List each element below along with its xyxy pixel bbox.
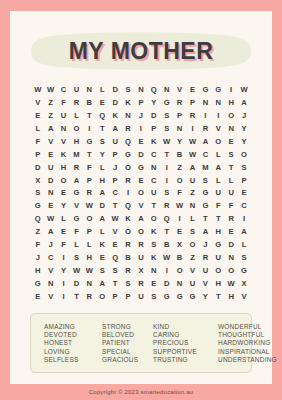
grid-cell-r13c15[interactable]: G [212,238,225,251]
grid-cell-r6c14[interactable]: C [199,148,212,161]
grid-cell-r17c6[interactable]: O [96,290,109,303]
grid-cell-r1c14[interactable]: G [199,83,212,96]
grid-cell-r14c9[interactable]: U [134,251,147,264]
grid-cell-r7c11[interactable]: I [160,161,173,174]
grid-cell-r5c5[interactable]: G [83,135,96,148]
grid-cell-r8c13[interactable]: U [186,174,199,187]
grid-cell-r3c17[interactable]: J [238,109,251,122]
grid-cell-r13c1[interactable]: F [31,238,44,251]
word-item: SELFLESS [44,356,102,364]
grid-cell-r1c6[interactable]: L [96,83,109,96]
grid-cell-r15c15[interactable]: O [212,264,225,277]
grid-cell-r10c4[interactable]: V [70,199,83,212]
grid-cell-r15c9[interactable]: X [134,264,147,277]
grid-cell-r10c16[interactable]: F [225,199,238,212]
grid-cell-r5c7[interactable]: U [109,135,122,148]
grid-cell-r6c17[interactable]: O [238,148,251,161]
grid-cell-r2c6[interactable]: E [96,96,109,109]
grid-cell-r10c17[interactable]: C [238,199,251,212]
grid-cell-r7c10[interactable]: N [147,161,160,174]
grid-cell-r14c1[interactable]: J [31,251,44,264]
grid-cell-r12c1[interactable]: Z [31,225,44,238]
grid-cell-r5c12[interactable]: Y [173,135,186,148]
grid-cell-r7c16[interactable]: T [225,161,238,174]
grid-cell-r2c2[interactable]: Z [44,96,57,109]
word-item: UNDERSTANDING [218,356,277,364]
grid-cell-r6c6[interactable]: Y [96,148,109,161]
grid-cell-r4c8[interactable]: R [122,122,135,135]
grid-cell-r3c6[interactable]: Q [96,109,109,122]
letter-grid: WWCUNLDSNQNVEGGIWVZFRBEDKPYGRPNNHAEZULTQ… [31,83,250,303]
grid-cell-r16c4[interactable]: D [70,277,83,290]
grid-cell-r4c12[interactable]: N [173,122,186,135]
grid-cell-r15c12[interactable]: O [173,264,186,277]
grid-cell-r17c13[interactable]: G [186,290,199,303]
grid-cell-r11c17[interactable]: I [238,212,251,225]
grid-cell-r13c10[interactable]: S [147,238,160,251]
grid-cell-r5c11[interactable]: W [160,135,173,148]
word-item: LOVING [44,347,102,355]
grid-cell-r9c3[interactable]: E [57,187,70,200]
grid-cell-r13c7[interactable]: E [109,238,122,251]
grid-cell-r6c11[interactable]: T [160,148,173,161]
grid-cell-r16c13[interactable]: U [186,277,199,290]
grid-cell-r12c15[interactable]: H [212,225,225,238]
grid-cell-r8c3[interactable]: O [57,174,70,187]
grid-cell-r8c15[interactable]: L [212,174,225,187]
grid-cell-r7c3[interactable]: H [57,161,70,174]
grid-cell-r16c17[interactable]: X [238,277,251,290]
grid-cell-r2c12[interactable]: R [173,96,186,109]
grid-cell-r12c8[interactable]: O [122,225,135,238]
grid-cell-r11c15[interactable]: T [212,212,225,225]
grid-cell-r4c5[interactable]: I [83,122,96,135]
grid-cell-r6c2[interactable]: E [44,148,57,161]
grid-cell-r12c16[interactable]: E [225,225,238,238]
grid-cell-r17c11[interactable]: G [160,290,173,303]
grid-cell-r11c7[interactable]: W [109,212,122,225]
grid-cell-r16c10[interactable]: E [147,277,160,290]
grid-cell-r11c8[interactable]: K [122,212,135,225]
grid-cell-r4c11[interactable]: S [160,122,173,135]
grid-cell-r17c16[interactable]: H [225,290,238,303]
grid-cell-r4c9[interactable]: I [134,122,147,135]
grid-cell-r4c16[interactable]: N [225,122,238,135]
grid-cell-r16c14[interactable]: V [199,277,212,290]
grid-cell-r14c11[interactable]: W [160,251,173,264]
grid-cell-r6c12[interactable]: B [173,148,186,161]
grid-cell-r16c9[interactable]: R [134,277,147,290]
grid-cell-r11c14[interactable]: T [199,212,212,225]
grid-cell-r1c9[interactable]: N [134,83,147,96]
grid-cell-r4c14[interactable]: R [199,122,212,135]
grid-cell-r1c1[interactable]: W [31,83,44,96]
grid-cell-r1c10[interactable]: Q [147,83,160,96]
grid-cell-r8c11[interactable]: I [160,174,173,187]
grid-cell-r14c2[interactable]: C [44,251,57,264]
word-item: HONEST [44,339,102,347]
grid-cell-r8c9[interactable]: E [134,174,147,187]
grid-cell-r3c15[interactable]: I [212,109,225,122]
grid-cell-r2c13[interactable]: P [186,96,199,109]
grid-cell-r15c16[interactable]: O [225,264,238,277]
grid-cell-r17c12[interactable]: G [173,290,186,303]
grid-cell-r15c11[interactable]: I [160,264,173,277]
grid-cell-r13c5[interactable]: L [83,238,96,251]
grid-cell-r9c12[interactable]: F [173,187,186,200]
word-item: KIND [153,322,218,330]
grid-cell-r8c1[interactable]: X [31,174,44,187]
grid-cell-r4c17[interactable]: Y [238,122,251,135]
grid-cell-r1c17[interactable]: W [238,83,251,96]
grid-cell-r15c8[interactable]: R [122,264,135,277]
grid-cell-r9c6[interactable]: A [96,187,109,200]
grid-cell-r2c10[interactable]: Y [147,96,160,109]
grid-cell-r7c5[interactable]: F [83,161,96,174]
grid-cell-r15c14[interactable]: U [199,264,212,277]
grid-cell-r8c4[interactable]: A [70,174,83,187]
grid-cell-r7c17[interactable]: S [238,161,251,174]
grid-cell-r7c9[interactable]: G [134,161,147,174]
grid-cell-r16c2[interactable]: N [44,277,57,290]
grid-cell-r14c10[interactable]: K [147,251,160,264]
grid-cell-r3c2[interactable]: Z [44,109,57,122]
grid-cell-r8c8[interactable]: R [122,174,135,187]
grid-cell-r3c3[interactable]: U [57,109,70,122]
grid-cell-r4c4[interactable]: O [70,122,83,135]
grid-cell-r12c4[interactable]: F [70,225,83,238]
grid-cell-r3c4[interactable]: L [70,109,83,122]
grid-cell-r14c4[interactable]: S [70,251,83,264]
grid-cell-r13c8[interactable]: R [122,238,135,251]
copyright-text: Copyright © 2023 smarteducation.au [0,384,282,400]
grid-cell-r9c2[interactable]: N [44,187,57,200]
grid-cell-r9c10[interactable]: U [147,187,160,200]
grid-cell-r11c5[interactable]: O [83,212,96,225]
grid-cell-r2c7[interactable]: D [109,96,122,109]
grid-cell-r8c17[interactable]: P [238,174,251,187]
grid-cell-r4c6[interactable]: T [96,122,109,135]
grid-cell-r7c8[interactable]: O [122,161,135,174]
grid-cell-r11c16[interactable]: R [225,212,238,225]
grid-cell-r8c14[interactable]: S [199,174,212,187]
grid-cell-r4c10[interactable]: P [147,122,160,135]
grid-cell-r14c13[interactable]: Z [186,251,199,264]
grid-cell-r11c13[interactable]: L [186,212,199,225]
grid-cell-r3c8[interactable]: N [122,109,135,122]
grid-cell-r8c16[interactable]: L [225,174,238,187]
grid-cell-r3c11[interactable]: S [160,109,173,122]
grid-cell-r5c10[interactable]: K [147,135,160,148]
grid-cell-r15c3[interactable]: Y [57,264,70,277]
grid-cell-r17c7[interactable]: P [109,290,122,303]
grid-cell-r10c12[interactable]: W [173,199,186,212]
word-item: WONDERFUL [218,322,277,330]
grid-cell-r16c12[interactable]: N [173,277,186,290]
grid-cell-r3c13[interactable]: R [186,109,199,122]
grid-cell-r16c8[interactable]: S [122,277,135,290]
grid-cell-r14c7[interactable]: Q [109,251,122,264]
word-item: THOUGHTFUL [218,330,277,338]
grid-cell-r15c1[interactable]: H [31,264,44,277]
grid-cell-r10c3[interactable]: Y [57,199,70,212]
grid-cell-r10c14[interactable]: G [199,199,212,212]
grid-cell-r8c2[interactable]: D [44,174,57,187]
grid-cell-r8c10[interactable]: C [147,174,160,187]
grid-cell-r12c3[interactable]: E [57,225,70,238]
grid-cell-r10c7[interactable]: T [109,199,122,212]
grid-cell-r14c5[interactable]: H [83,251,96,264]
grid-cell-r3c5[interactable]: T [83,109,96,122]
grid-cell-r4c1[interactable]: L [31,122,44,135]
grid-cell-r13c13[interactable]: O [186,238,199,251]
grid-cell-r9c8[interactable]: I [122,187,135,200]
grid-cell-r7c7[interactable]: J [109,161,122,174]
grid-cell-r7c2[interactable]: U [44,161,57,174]
grid-cell-r2c8[interactable]: K [122,96,135,109]
grid-cell-r10c6[interactable]: D [96,199,109,212]
grid-cell-r14c14[interactable]: R [199,251,212,264]
grid-cell-r1c13[interactable]: E [186,83,199,96]
grid-cell-r9c11[interactable]: S [160,187,173,200]
grid-cell-r5c3[interactable]: V [57,135,70,148]
grid-cell-r11c1[interactable]: Q [31,212,44,225]
grid-cell-r1c16[interactable]: I [225,83,238,96]
grid-cell-r10c15[interactable]: F [212,199,225,212]
grid-cell-r17c8[interactable]: P [122,290,135,303]
word-item: CARING [153,330,218,338]
grid-cell-r13c9[interactable]: R [134,238,147,251]
grid-cell-r2c14[interactable]: N [199,96,212,109]
grid-cell-r4c15[interactable]: V [212,122,225,135]
grid-cell-r13c3[interactable]: F [57,238,70,251]
grid-cell-r3c9[interactable]: J [134,109,147,122]
grid-cell-r8c6[interactable]: H [96,174,109,187]
grid-cell-r9c1[interactable]: S [31,187,44,200]
grid-cell-r12c13[interactable]: S [186,225,199,238]
grid-cell-r13c4[interactable]: L [70,238,83,251]
grid-cell-r12c12[interactable]: E [173,225,186,238]
grid-cell-r1c2[interactable]: W [44,83,57,96]
grid-cell-r8c5[interactable]: P [83,174,96,187]
grid-cell-r6c10[interactable]: C [147,148,160,161]
grid-cell-r14c12[interactable]: B [173,251,186,264]
grid-cell-r6c4[interactable]: M [70,148,83,161]
grid-cell-r3c7[interactable]: K [109,109,122,122]
grid-cell-r11c2[interactable]: W [44,212,57,225]
grid-cell-r11c6[interactable]: A [96,212,109,225]
grid-cell-r17c2[interactable]: V [44,290,57,303]
grid-cell-r7c1[interactable]: D [31,161,44,174]
grid-cell-r5c1[interactable]: F [31,135,44,148]
grid-cell-r12c9[interactable]: O [134,225,147,238]
grid-cell-r14c8[interactable]: B [122,251,135,264]
grid-cell-r10c5[interactable]: W [83,199,96,212]
grid-cell-r9c9[interactable]: O [134,187,147,200]
grid-cell-r12c11[interactable]: T [160,225,173,238]
grid-cell-r17c15[interactable]: T [212,290,225,303]
grid-cell-r2c4[interactable]: R [70,96,83,109]
grid-cell-r16c15[interactable]: H [212,277,225,290]
grid-cell-r13c2[interactable]: J [44,238,57,251]
grid-cell-r2c15[interactable]: N [212,96,225,109]
grid-cell-r16c7[interactable]: T [109,277,122,290]
grid-cell-r11c12[interactable]: I [173,212,186,225]
grid-cell-r5c15[interactable]: O [212,135,225,148]
grid-cell-r15c17[interactable]: G [238,264,251,277]
grid-cell-r14c17[interactable]: S [238,251,251,264]
grid-cell-r6c3[interactable]: K [57,148,70,161]
grid-cell-r13c11[interactable]: B [160,238,173,251]
grid-cell-r2c3[interactable]: F [57,96,70,109]
grid-cell-r6c8[interactable]: G [122,148,135,161]
grid-cell-r17c14[interactable]: Y [199,290,212,303]
grid-cell-r3c1[interactable]: E [31,109,44,122]
grid-cell-r10c1[interactable]: G [31,199,44,212]
grid-cell-r16c16[interactable]: W [225,277,238,290]
grid-cell-r9c14[interactable]: G [199,187,212,200]
grid-cell-r13c6[interactable]: K [96,238,109,251]
grid-cell-r8c12[interactable]: O [173,174,186,187]
grid-cell-r1c5[interactable]: N [83,83,96,96]
grid-cell-r4c2[interactable]: A [44,122,57,135]
grid-cell-r1c12[interactable]: V [173,83,186,96]
grid-cell-r10c11[interactable]: R [160,199,173,212]
grid-cell-r1c11[interactable]: N [160,83,173,96]
grid-cell-r11c4[interactable]: G [70,212,83,225]
grid-cell-r6c13[interactable]: W [186,148,199,161]
grid-cell-r1c15[interactable]: G [212,83,225,96]
grid-cell-r17c3[interactable]: I [57,290,70,303]
grid-cell-r15c4[interactable]: W [70,264,83,277]
grid-cell-r11c3[interactable]: L [57,212,70,225]
grid-cell-r17c17[interactable]: V [238,290,251,303]
grid-cell-r14c3[interactable]: I [57,251,70,264]
grid-cell-r6c7[interactable]: P [109,148,122,161]
grid-cell-r5c6[interactable]: S [96,135,109,148]
grid-cell-r15c6[interactable]: S [96,264,109,277]
grid-cell-r16c5[interactable]: N [83,277,96,290]
grid-cell-r12c17[interactable]: A [238,225,251,238]
grid-cell-r6c16[interactable]: S [225,148,238,161]
grid-cell-r17c9[interactable]: U [134,290,147,303]
grid-cell-r13c16[interactable]: D [225,238,238,251]
grid-cell-r5c2[interactable]: V [44,135,57,148]
grid-cell-r8c7[interactable]: P [109,174,122,187]
grid-cell-r5c9[interactable]: E [134,135,147,148]
grid-cell-r13c17[interactable]: L [238,238,251,251]
grid-cell-r1c8[interactable]: S [122,83,135,96]
grid-cell-r9c4[interactable]: G [70,187,83,200]
grid-cell-r13c12[interactable]: X [173,238,186,251]
grid-cell-r16c6[interactable]: A [96,277,109,290]
grid-cell-r3c10[interactable]: D [147,109,160,122]
grid-cell-r5c16[interactable]: E [225,135,238,148]
grid-cell-r10c9[interactable]: V [134,199,147,212]
grid-cell-r16c1[interactable]: G [31,277,44,290]
grid-cell-r9c5[interactable]: R [83,187,96,200]
grid-cell-r1c4[interactable]: U [70,83,83,96]
grid-cell-r17c1[interactable]: E [31,290,44,303]
grid-cell-r7c6[interactable]: L [96,161,109,174]
grid-cell-r10c13[interactable]: N [186,199,199,212]
grid-cell-r2c1[interactable]: V [31,96,44,109]
grid-cell-r11c9[interactable]: A [134,212,147,225]
grid-cell-r14c16[interactable]: N [225,251,238,264]
grid-cell-r2c9[interactable]: P [134,96,147,109]
grid-cell-r1c3[interactable]: C [57,83,70,96]
grid-cell-r5c4[interactable]: H [70,135,83,148]
grid-cell-r2c17[interactable]: A [238,96,251,109]
grid-cell-r9c7[interactable]: C [109,187,122,200]
grid-cell-r17c4[interactable]: T [70,290,83,303]
grid-cell-r1c7[interactable]: D [109,83,122,96]
grid-cell-r7c13[interactable]: A [186,161,199,174]
grid-cell-r15c2[interactable]: V [44,264,57,277]
grid-cell-r3c12[interactable]: P [173,109,186,122]
grid-cell-r14c6[interactable]: E [96,251,109,264]
grid-cell-r13c14[interactable]: J [199,238,212,251]
grid-cell-r12c7[interactable]: V [109,225,122,238]
grid-cell-r4c13[interactable]: I [186,122,199,135]
grid-cell-r6c1[interactable]: P [31,148,44,161]
grid-cell-r15c5[interactable]: W [83,264,96,277]
grid-cell-r2c5[interactable]: B [83,96,96,109]
grid-cell-r11c10[interactable]: O [147,212,160,225]
grid-cell-r9c13[interactable]: Z [186,187,199,200]
grid-cell-r4c3[interactable]: N [57,122,70,135]
grid-cell-r15c13[interactable]: V [186,264,199,277]
grid-cell-r9c16[interactable]: U [225,187,238,200]
grid-cell-r2c16[interactable]: H [225,96,238,109]
grid-cell-r3c16[interactable]: O [225,109,238,122]
grid-cell-r5c13[interactable]: W [186,135,199,148]
grid-cell-r2c11[interactable]: G [160,96,173,109]
grid-cell-r9c17[interactable]: E [238,187,251,200]
grid-cell-r12c10[interactable]: K [147,225,160,238]
grid-cell-r17c5[interactable]: R [83,290,96,303]
grid-cell-r12c5[interactable]: P [83,225,96,238]
grid-cell-r14c15[interactable]: U [212,251,225,264]
grid-cell-r6c15[interactable]: L [212,148,225,161]
grid-cell-r16c3[interactable]: I [57,277,70,290]
grid-cell-r9c15[interactable]: U [212,187,225,200]
grid-cell-r12c14[interactable]: A [199,225,212,238]
grid-cell-r12c6[interactable]: L [96,225,109,238]
grid-cell-r17c10[interactable]: S [147,290,160,303]
grid-cell-r10c8[interactable]: Q [122,199,135,212]
grid-cell-r11c11[interactable]: Q [160,212,173,225]
grid-cell-r6c5[interactable]: T [83,148,96,161]
grid-cell-r5c17[interactable]: Y [238,135,251,148]
grid-cell-r16c11[interactable]: D [160,277,173,290]
grid-cell-r15c10[interactable]: N [147,264,160,277]
grid-cell-r4c7[interactable]: A [109,122,122,135]
grid-cell-r7c14[interactable]: M [199,161,212,174]
grid-cell-r7c4[interactable]: R [70,161,83,174]
grid-cell-r10c2[interactable]: E [44,199,57,212]
grid-cell-r5c8[interactable]: Q [122,135,135,148]
grid-cell-r7c12[interactable]: Z [173,161,186,174]
grid-cell-r3c14[interactable]: I [199,109,212,122]
grid-cell-r15c7[interactable]: S [109,264,122,277]
word-item: SPECIAL [102,347,153,355]
grid-cell-r10c10[interactable]: T [147,199,160,212]
grid-cell-r12c2[interactable]: A [44,225,57,238]
grid-cell-r7c15[interactable]: A [212,161,225,174]
grid-cell-r6c9[interactable]: D [134,148,147,161]
grid-cell-r5c14[interactable]: A [199,135,212,148]
